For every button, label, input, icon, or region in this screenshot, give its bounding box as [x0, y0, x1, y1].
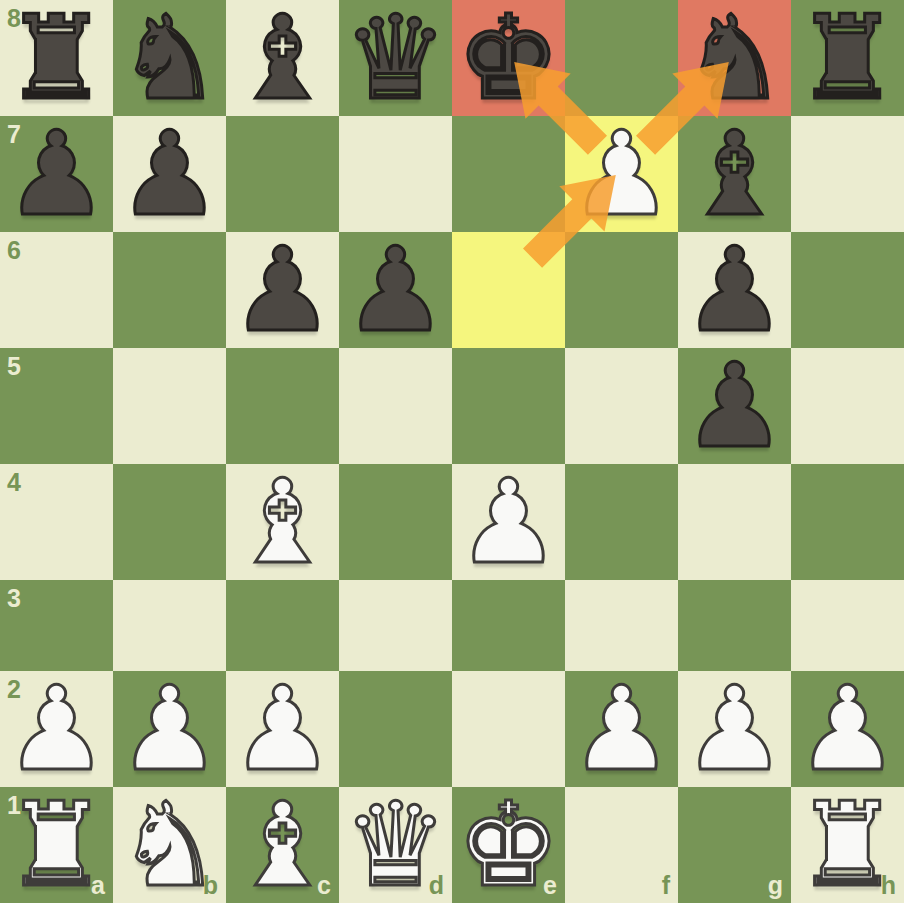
white-queen[interactable]: ♛	[344, 787, 448, 903]
square-f5[interactable]	[565, 348, 678, 464]
square-b8[interactable]: ♞	[113, 0, 226, 116]
square-g7[interactable]: ♝	[678, 116, 791, 232]
square-c7[interactable]	[226, 116, 339, 232]
white-pawn[interactable]: ♟	[570, 671, 674, 787]
square-a4[interactable]: 4	[0, 464, 113, 580]
white-pawn[interactable]: ♟	[796, 671, 900, 787]
square-e7[interactable]	[452, 116, 565, 232]
black-bishop[interactable]: ♝	[231, 0, 335, 116]
white-pawn[interactable]: ♟	[118, 671, 222, 787]
square-h8[interactable]: ♜	[791, 0, 904, 116]
square-c5[interactable]	[226, 348, 339, 464]
square-c3[interactable]	[226, 580, 339, 671]
square-g5[interactable]: ♟	[678, 348, 791, 464]
square-a3[interactable]: 3	[0, 580, 113, 671]
square-h4[interactable]	[791, 464, 904, 580]
square-h3[interactable]	[791, 580, 904, 671]
coord-rank-4: 4	[7, 470, 21, 495]
black-pawn[interactable]: ♟	[683, 348, 787, 464]
square-h2[interactable]: ♟	[791, 671, 904, 787]
square-e1[interactable]: e♚	[452, 787, 565, 903]
square-a7[interactable]: 7♟	[0, 116, 113, 232]
square-h6[interactable]	[791, 232, 904, 348]
square-g4[interactable]	[678, 464, 791, 580]
black-pawn[interactable]: ♟	[344, 232, 448, 348]
white-rook[interactable]: ♜	[796, 787, 900, 903]
square-d1[interactable]: d♛	[339, 787, 452, 903]
square-a6[interactable]: 6	[0, 232, 113, 348]
white-pawn[interactable]: ♟	[457, 464, 561, 580]
square-d5[interactable]	[339, 348, 452, 464]
black-bishop[interactable]: ♝	[683, 116, 787, 232]
square-e8[interactable]: ♚	[452, 0, 565, 116]
square-f8[interactable]	[565, 0, 678, 116]
square-f4[interactable]	[565, 464, 678, 580]
black-rook[interactable]: ♜	[796, 0, 900, 116]
square-h1[interactable]: h♜	[791, 787, 904, 903]
chess-board: 8♜♞♝♛♚♞♜7♟♟♟♝6♟♟♟5♟4♝♟32♟♟♟♟♟♟1a♜b♞c♝d♛e…	[0, 0, 904, 903]
square-c8[interactable]: ♝	[226, 0, 339, 116]
black-pawn[interactable]: ♟	[683, 232, 787, 348]
square-d6[interactable]: ♟	[339, 232, 452, 348]
square-g2[interactable]: ♟	[678, 671, 791, 787]
square-e4[interactable]: ♟	[452, 464, 565, 580]
square-d7[interactable]	[339, 116, 452, 232]
square-e6[interactable]	[452, 232, 565, 348]
square-d4[interactable]	[339, 464, 452, 580]
square-f1[interactable]: f	[565, 787, 678, 903]
coord-rank-3: 3	[7, 586, 21, 611]
square-b4[interactable]	[113, 464, 226, 580]
square-g1[interactable]: g	[678, 787, 791, 903]
square-c2[interactable]: ♟	[226, 671, 339, 787]
square-e2[interactable]	[452, 671, 565, 787]
black-pawn[interactable]: ♟	[118, 116, 222, 232]
square-a5[interactable]: 5	[0, 348, 113, 464]
square-f6[interactable]	[565, 232, 678, 348]
black-knight[interactable]: ♞	[118, 0, 222, 116]
square-b5[interactable]	[113, 348, 226, 464]
black-queen[interactable]: ♛	[344, 0, 448, 116]
square-h7[interactable]	[791, 116, 904, 232]
white-pawn[interactable]: ♟	[570, 116, 674, 232]
square-g8[interactable]: ♞	[678, 0, 791, 116]
white-king[interactable]: ♚	[457, 787, 561, 903]
square-a8[interactable]: 8♜	[0, 0, 113, 116]
square-f7[interactable]: ♟	[565, 116, 678, 232]
square-c4[interactable]: ♝	[226, 464, 339, 580]
coord-file-f: f	[662, 873, 670, 898]
black-pawn[interactable]: ♟	[5, 116, 109, 232]
coord-rank-6: 6	[7, 238, 21, 263]
square-c6[interactable]: ♟	[226, 232, 339, 348]
white-knight[interactable]: ♞	[118, 787, 222, 903]
square-h5[interactable]	[791, 348, 904, 464]
square-f2[interactable]: ♟	[565, 671, 678, 787]
square-d3[interactable]	[339, 580, 452, 671]
white-rook[interactable]: ♜	[5, 787, 109, 903]
square-b2[interactable]: ♟	[113, 671, 226, 787]
square-a2[interactable]: 2♟	[0, 671, 113, 787]
square-c1[interactable]: c♝	[226, 787, 339, 903]
white-bishop[interactable]: ♝	[231, 787, 335, 903]
coord-file-g: g	[768, 873, 783, 898]
square-e3[interactable]	[452, 580, 565, 671]
coord-rank-5: 5	[7, 354, 21, 379]
square-g6[interactable]: ♟	[678, 232, 791, 348]
white-pawn[interactable]: ♟	[231, 671, 335, 787]
white-pawn[interactable]: ♟	[5, 671, 109, 787]
square-b6[interactable]	[113, 232, 226, 348]
square-d2[interactable]	[339, 671, 452, 787]
square-d8[interactable]: ♛	[339, 0, 452, 116]
white-pawn[interactable]: ♟	[683, 671, 787, 787]
square-a1[interactable]: 1a♜	[0, 787, 113, 903]
black-pawn[interactable]: ♟	[231, 232, 335, 348]
square-b3[interactable]	[113, 580, 226, 671]
square-b1[interactable]: b♞	[113, 787, 226, 903]
square-b7[interactable]: ♟	[113, 116, 226, 232]
square-e5[interactable]	[452, 348, 565, 464]
square-g3[interactable]	[678, 580, 791, 671]
square-f3[interactable]	[565, 580, 678, 671]
white-bishop[interactable]: ♝	[231, 464, 335, 580]
black-knight[interactable]: ♞	[683, 0, 787, 116]
black-rook[interactable]: ♜	[5, 0, 109, 116]
black-king[interactable]: ♚	[457, 0, 561, 116]
